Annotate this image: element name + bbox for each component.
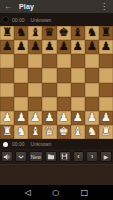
square-g6[interactable] [85, 54, 99, 68]
android-back-icon[interactable]: ◁ [25, 189, 31, 197]
square-h1[interactable]: ♜ [99, 125, 113, 139]
white-pawn: ♟ [87, 112, 97, 124]
load-game-button[interactable] [45, 151, 57, 162]
black-rook: ♜ [101, 27, 111, 39]
black-player-name: Unknown [31, 17, 52, 23]
square-b5[interactable] [14, 68, 28, 82]
square-e7[interactable]: ♟ [57, 40, 71, 54]
black-knight: ♞ [87, 27, 97, 39]
chevron-down-icon [17, 154, 25, 160]
floppy-disk-icon [61, 153, 68, 160]
white-bishop: ♝ [73, 126, 83, 138]
square-e5[interactable] [57, 68, 71, 82]
white-knight: ♞ [16, 126, 26, 138]
black-pawn: ♟ [73, 41, 83, 53]
black-pawn: ♟ [101, 41, 111, 53]
white-pawn: ♟ [44, 112, 54, 124]
square-b7[interactable]: ♟ [14, 40, 28, 54]
black-knight: ♞ [16, 27, 26, 39]
square-h7[interactable]: ♟ [99, 40, 113, 54]
new-game-button[interactable]: New [29, 151, 43, 162]
square-g1[interactable]: ♞ [85, 125, 99, 139]
square-a4[interactable] [0, 83, 14, 97]
black-pawn: ♟ [58, 41, 68, 53]
square-g7[interactable]: ♟ [85, 40, 99, 54]
square-c5[interactable] [28, 68, 42, 82]
white-pawn: ♟ [2, 112, 12, 124]
open-folder-icon [47, 153, 55, 160]
square-d6[interactable] [42, 54, 56, 68]
white-player-name: Unknown [31, 141, 52, 147]
android-home-icon[interactable]: ○ [52, 189, 59, 197]
square-g5[interactable] [85, 68, 99, 82]
square-f5[interactable] [71, 68, 85, 82]
square-c1[interactable]: ♝ [28, 125, 42, 139]
black-player-clock: 00:00 [12, 17, 25, 23]
square-b4[interactable] [14, 83, 28, 97]
black-queen: ♛ [44, 27, 54, 39]
sound-button[interactable] [1, 151, 13, 162]
chevron-left-icon: ‹ [77, 153, 79, 160]
square-h5[interactable] [99, 68, 113, 82]
white-pawn: ♟ [73, 112, 83, 124]
move-forward-button[interactable]: › [86, 151, 98, 162]
white-player-clock: 00:00 [12, 141, 25, 147]
square-c7[interactable]: ♟ [28, 40, 42, 54]
chevron-right-icon: › [91, 153, 93, 160]
lower-background [0, 164, 113, 185]
expand-button[interactable] [15, 151, 27, 162]
android-recents-icon[interactable]: □ [81, 189, 89, 197]
white-rook: ♜ [2, 126, 12, 138]
back-arrow-icon[interactable]: ← [4, 3, 12, 11]
square-b1[interactable]: ♞ [14, 125, 28, 139]
chess-app-screen: ← Play ⋮ 00:00 Unknown ♜♞♝♛♚♝♞♜♟♟♟♟♟♟♟♟♟… [0, 0, 113, 200]
square-d7[interactable]: ♟ [42, 40, 56, 54]
square-a1[interactable]: ♜ [0, 125, 14, 139]
game-toolbar: New ‹ › ▶ [0, 149, 113, 164]
white-player-color-indicator [3, 142, 8, 147]
black-pawn: ♟ [44, 41, 54, 53]
square-e1[interactable]: ♚ [57, 125, 71, 139]
square-c6[interactable] [28, 54, 42, 68]
white-pawn: ♟ [58, 112, 68, 124]
black-player-color-indicator [3, 17, 8, 22]
square-f1[interactable]: ♝ [71, 125, 85, 139]
square-d5[interactable] [42, 68, 56, 82]
save-game-button[interactable] [59, 151, 71, 162]
square-a6[interactable] [0, 54, 14, 68]
square-b6[interactable] [14, 54, 28, 68]
square-h4[interactable] [99, 83, 113, 97]
white-bishop: ♝ [30, 126, 40, 138]
black-pawn: ♟ [2, 41, 12, 53]
black-pawn: ♟ [87, 41, 97, 53]
square-f6[interactable] [71, 54, 85, 68]
overflow-menu-icon[interactable]: ⋮ [99, 3, 109, 11]
black-bishop: ♝ [30, 27, 40, 39]
chess-board[interactable]: ♜♞♝♛♚♝♞♜♟♟♟♟♟♟♟♟♟♟♟♟♟♟♟♟♜♞♝♛♚♝♞♜ [0, 26, 113, 139]
play-icon: ▶ [104, 154, 109, 160]
square-e6[interactable] [57, 54, 71, 68]
black-pawn: ♟ [30, 41, 40, 53]
white-pawn: ♟ [30, 112, 40, 124]
square-g4[interactable] [85, 83, 99, 97]
play-button[interactable]: ▶ [100, 151, 112, 162]
white-king: ♚ [58, 126, 68, 138]
app-bar: ← Play ⋮ [0, 0, 113, 13]
white-rook: ♜ [101, 126, 111, 138]
white-pawn: ♟ [16, 112, 26, 124]
square-d1[interactable]: ♛ [42, 125, 56, 139]
square-a7[interactable]: ♟ [0, 40, 14, 54]
square-d4[interactable] [42, 83, 56, 97]
square-e4[interactable] [57, 83, 71, 97]
speaker-icon [3, 153, 11, 161]
white-pawn: ♟ [101, 112, 111, 124]
square-f4[interactable] [71, 83, 85, 97]
black-rook: ♜ [2, 27, 12, 39]
square-a5[interactable] [0, 68, 14, 82]
black-bishop: ♝ [73, 27, 83, 39]
page-title: Play [19, 3, 99, 10]
white-player-row: 00:00 Unknown [0, 139, 113, 149]
square-f7[interactable]: ♟ [71, 40, 85, 54]
square-c4[interactable] [28, 83, 42, 97]
black-king: ♚ [58, 27, 68, 39]
white-queen: ♛ [44, 126, 54, 138]
black-pawn: ♟ [16, 41, 26, 53]
move-back-button[interactable]: ‹ [73, 151, 85, 162]
square-h6[interactable] [99, 54, 113, 68]
white-knight: ♞ [87, 126, 97, 138]
android-nav-bar: ◁ ○ □ [0, 185, 113, 200]
